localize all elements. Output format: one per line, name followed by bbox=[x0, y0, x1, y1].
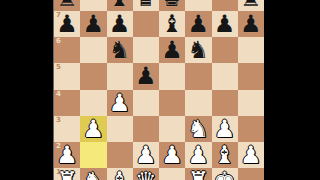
square-c7[interactable]: ♟ bbox=[107, 11, 133, 37]
square-a7[interactable]: 7♟ bbox=[54, 11, 80, 37]
piece-white-bishop[interactable]: ♝ bbox=[109, 169, 131, 180]
board-left-edge bbox=[53, 0, 54, 180]
piece-black-pawn[interactable]: ♟ bbox=[240, 12, 262, 36]
square-c6[interactable]: ♞ bbox=[107, 37, 133, 63]
rank-label-7: 7 bbox=[56, 11, 61, 19]
piece-white-pawn[interactable]: ♟ bbox=[83, 117, 105, 141]
piece-black-pawn[interactable]: ♟ bbox=[161, 38, 183, 62]
square-g3[interactable]: ♟ bbox=[212, 116, 238, 142]
square-c2[interactable] bbox=[107, 142, 133, 168]
square-f1[interactable]: ♜ bbox=[185, 168, 211, 180]
square-d4[interactable] bbox=[133, 90, 159, 116]
square-a6[interactable]: 6 bbox=[54, 37, 80, 63]
square-h2[interactable]: ♟ bbox=[238, 142, 264, 168]
square-g7[interactable]: ♟ bbox=[212, 11, 238, 37]
square-c5[interactable] bbox=[107, 63, 133, 89]
square-f4[interactable] bbox=[185, 90, 211, 116]
square-b7[interactable]: ♟ bbox=[80, 11, 106, 37]
square-a2[interactable]: 2♟ bbox=[54, 142, 80, 168]
square-f7[interactable]: ♟ bbox=[185, 11, 211, 37]
square-b1[interactable]: ♞ bbox=[80, 168, 106, 180]
square-g4[interactable] bbox=[212, 90, 238, 116]
square-h4[interactable] bbox=[238, 90, 264, 116]
square-f6[interactable]: ♞ bbox=[185, 37, 211, 63]
square-a3[interactable]: 3 bbox=[54, 116, 80, 142]
rank-label-1: 1 bbox=[56, 168, 61, 176]
square-c4[interactable]: ♟ bbox=[107, 90, 133, 116]
square-a1[interactable]: 1♜ bbox=[54, 168, 80, 180]
square-e7[interactable]: ♝ bbox=[159, 11, 185, 37]
piece-black-rook[interactable]: ♜ bbox=[56, 0, 78, 10]
piece-white-bishop[interactable]: ♝ bbox=[214, 143, 236, 167]
piece-black-bishop[interactable]: ♝ bbox=[161, 12, 183, 36]
square-c3[interactable] bbox=[107, 116, 133, 142]
piece-black-pawn[interactable]: ♟ bbox=[83, 12, 105, 36]
square-b5[interactable] bbox=[80, 63, 106, 89]
square-a4[interactable]: 4 bbox=[54, 90, 80, 116]
square-e2[interactable]: ♟ bbox=[159, 142, 185, 168]
rank-label-5: 5 bbox=[56, 63, 61, 71]
square-b6[interactable] bbox=[80, 37, 106, 63]
square-d6[interactable] bbox=[133, 37, 159, 63]
square-e1[interactable] bbox=[159, 168, 185, 180]
piece-black-knight[interactable]: ♞ bbox=[188, 38, 210, 62]
rank-label-3: 3 bbox=[56, 116, 61, 124]
square-h7[interactable]: ♟ bbox=[238, 11, 264, 37]
piece-black-king[interactable]: ♚ bbox=[161, 0, 183, 10]
piece-white-knight[interactable]: ♞ bbox=[188, 117, 210, 141]
square-d7[interactable] bbox=[133, 11, 159, 37]
piece-black-knight[interactable]: ♞ bbox=[109, 38, 131, 62]
square-e6[interactable]: ♟ bbox=[159, 37, 185, 63]
square-g5[interactable] bbox=[212, 63, 238, 89]
square-f5[interactable] bbox=[185, 63, 211, 89]
square-b4[interactable] bbox=[80, 90, 106, 116]
piece-white-pawn[interactable]: ♟ bbox=[161, 143, 183, 167]
rank-label-2: 2 bbox=[56, 142, 61, 150]
piece-white-rook[interactable]: ♜ bbox=[188, 169, 210, 180]
square-f2[interactable]: ♟ bbox=[185, 142, 211, 168]
piece-black-pawn[interactable]: ♟ bbox=[135, 64, 157, 88]
piece-white-pawn[interactable]: ♟ bbox=[214, 117, 236, 141]
piece-black-pawn[interactable]: ♟ bbox=[109, 12, 131, 36]
square-b2[interactable] bbox=[80, 142, 106, 168]
square-h5[interactable] bbox=[238, 63, 264, 89]
square-c1[interactable]: ♝ bbox=[107, 168, 133, 180]
piece-white-pawn[interactable]: ♟ bbox=[135, 143, 157, 167]
square-b3[interactable]: ♟ bbox=[80, 116, 106, 142]
square-g2[interactable]: ♝ bbox=[212, 142, 238, 168]
square-d2[interactable]: ♟ bbox=[133, 142, 159, 168]
piece-white-pawn[interactable]: ♟ bbox=[240, 143, 262, 167]
square-d5[interactable]: ♟ bbox=[133, 63, 159, 89]
square-g1[interactable]: ♚ bbox=[212, 168, 238, 180]
piece-black-pawn[interactable]: ♟ bbox=[214, 12, 236, 36]
piece-black-bishop[interactable]: ♝ bbox=[109, 0, 131, 10]
square-d3[interactable] bbox=[133, 116, 159, 142]
piece-white-pawn[interactable]: ♟ bbox=[109, 91, 131, 115]
rank-label-4: 4 bbox=[56, 90, 61, 98]
square-h1[interactable] bbox=[238, 168, 264, 180]
piece-white-pawn[interactable]: ♟ bbox=[188, 143, 210, 167]
square-d8[interactable]: ♛ bbox=[133, 0, 159, 11]
square-e5[interactable] bbox=[159, 63, 185, 89]
rank-label-6: 6 bbox=[56, 37, 61, 45]
square-e3[interactable] bbox=[159, 116, 185, 142]
square-e4[interactable] bbox=[159, 90, 185, 116]
piece-white-knight[interactable]: ♞ bbox=[83, 169, 105, 180]
square-h6[interactable] bbox=[238, 37, 264, 63]
square-h3[interactable] bbox=[238, 116, 264, 142]
piece-black-rook[interactable]: ♜ bbox=[240, 0, 262, 10]
video-frame: 8♜♝♛♚♜7♟♟♟♝♟♟♟6♞♟♞5♟4♟3♟♞♟2♟♟♟♟♝♟1♜♞♝♛♜♚ bbox=[0, 0, 320, 180]
square-a5[interactable]: 5 bbox=[54, 63, 80, 89]
square-g6[interactable] bbox=[212, 37, 238, 63]
piece-white-queen[interactable]: ♛ bbox=[135, 169, 157, 180]
piece-white-king[interactable]: ♚ bbox=[214, 169, 236, 180]
square-f3[interactable]: ♞ bbox=[185, 116, 211, 142]
piece-black-pawn[interactable]: ♟ bbox=[188, 12, 210, 36]
chess-board: 8♜♝♛♚♜7♟♟♟♝♟♟♟6♞♟♞5♟4♟3♟♞♟2♟♟♟♟♝♟1♜♞♝♛♜♚ bbox=[54, 0, 264, 180]
square-d1[interactable]: ♛ bbox=[133, 168, 159, 180]
piece-black-queen[interactable]: ♛ bbox=[135, 0, 157, 10]
